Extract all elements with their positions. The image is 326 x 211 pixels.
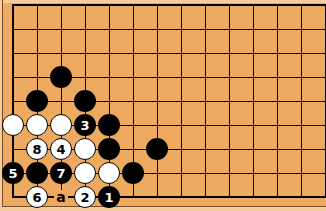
intersection (97, 0, 121, 17)
intersection (217, 113, 241, 137)
intersection (25, 17, 49, 41)
intersection (313, 17, 326, 41)
intersection: 7 (49, 161, 73, 185)
intersection: 1 (97, 185, 121, 209)
black-stone: 7 (50, 162, 72, 184)
intersection (1, 113, 25, 137)
intersection (193, 0, 217, 17)
intersection (313, 89, 326, 113)
intersection (121, 65, 145, 89)
intersection: 5 (1, 161, 25, 185)
white-stone (26, 114, 48, 136)
white-stone: 6 (26, 186, 48, 208)
white-stone (74, 138, 96, 160)
intersection (241, 0, 265, 17)
intersection (25, 89, 49, 113)
intersection (25, 41, 49, 65)
intersection (289, 0, 313, 17)
black-stone (50, 66, 72, 88)
intersection (145, 161, 169, 185)
white-stone (74, 162, 96, 184)
intersection (25, 161, 49, 185)
intersection (217, 0, 241, 17)
intersection (241, 17, 265, 41)
intersection (193, 161, 217, 185)
intersection (217, 185, 241, 209)
stone-label: 4 (56, 143, 65, 156)
intersection (73, 137, 97, 161)
intersection (145, 65, 169, 89)
intersection (1, 65, 25, 89)
intersection (289, 41, 313, 65)
intersection (289, 185, 313, 209)
intersection (145, 113, 169, 137)
intersection (217, 137, 241, 161)
black-stone (98, 138, 120, 160)
intersection (289, 89, 313, 113)
black-stone: 3 (74, 114, 96, 136)
intersection (145, 17, 169, 41)
intersection (97, 41, 121, 65)
intersection (145, 137, 169, 161)
intersection (217, 161, 241, 185)
intersection (1, 0, 25, 17)
intersection (97, 137, 121, 161)
intersection (313, 41, 326, 65)
intersection (169, 113, 193, 137)
intersection (241, 89, 265, 113)
stone-label: 1 (104, 191, 113, 204)
intersection (193, 137, 217, 161)
black-stone (146, 138, 168, 160)
intersection (97, 113, 121, 137)
intersection (265, 161, 289, 185)
intersection (73, 17, 97, 41)
intersection (193, 65, 217, 89)
intersection (193, 113, 217, 137)
intersection (217, 41, 241, 65)
intersection: 2 (73, 185, 97, 209)
intersection (169, 185, 193, 209)
intersection (169, 17, 193, 41)
intersection (313, 161, 326, 185)
intersection (1, 185, 25, 209)
white-stone: 2 (74, 186, 96, 208)
go-diagram: 384576a21 (0, 0, 326, 211)
intersection (121, 113, 145, 137)
intersection (241, 65, 265, 89)
intersection (1, 17, 25, 41)
intersection (169, 89, 193, 113)
intersection (265, 185, 289, 209)
white-stone (50, 114, 72, 136)
intersection (241, 41, 265, 65)
intersection (49, 17, 73, 41)
intersection: 3 (73, 113, 97, 137)
intersection (121, 17, 145, 41)
intersection (25, 65, 49, 89)
intersection: a (49, 185, 73, 209)
intersection (73, 89, 97, 113)
intersection (97, 17, 121, 41)
intersection (313, 0, 326, 17)
intersection (265, 17, 289, 41)
stone-label: 5 (8, 167, 17, 180)
intersection (241, 185, 265, 209)
intersection (217, 17, 241, 41)
intersection (145, 0, 169, 17)
intersection (193, 17, 217, 41)
intersection (241, 137, 265, 161)
black-stone (122, 162, 144, 184)
intersection (265, 113, 289, 137)
intersection (193, 41, 217, 65)
intersection (121, 161, 145, 185)
black-stone: 5 (2, 162, 24, 184)
intersection (97, 89, 121, 113)
stones-grid: 384576a21 (1, 0, 326, 209)
intersection (145, 89, 169, 113)
intersection (289, 137, 313, 161)
intersection (97, 65, 121, 89)
intersection (49, 41, 73, 65)
intersection (145, 185, 169, 209)
black-stone (26, 162, 48, 184)
intersection (121, 0, 145, 17)
intersection (73, 65, 97, 89)
intersection: 6 (25, 185, 49, 209)
intersection (289, 17, 313, 41)
intersection (313, 65, 326, 89)
intersection (313, 113, 326, 137)
intersection (265, 137, 289, 161)
intersection (49, 113, 73, 137)
intersection (49, 0, 73, 17)
intersection (49, 65, 73, 89)
intersection (289, 65, 313, 89)
intersection (265, 41, 289, 65)
intersection (313, 185, 326, 209)
intersection (169, 41, 193, 65)
white-stone (2, 114, 24, 136)
intersection (265, 0, 289, 17)
intersection (217, 65, 241, 89)
stone-label: 6 (32, 191, 41, 204)
intersection (145, 41, 169, 65)
intersection (121, 137, 145, 161)
intersection (73, 0, 97, 17)
intersection (1, 41, 25, 65)
intersection (1, 89, 25, 113)
intersection (121, 89, 145, 113)
black-stone (74, 90, 96, 112)
intersection: 8 (25, 137, 49, 161)
intersection (265, 65, 289, 89)
white-stone: 4 (50, 138, 72, 160)
black-stone (26, 90, 48, 112)
intersection (193, 89, 217, 113)
intersection (25, 0, 49, 17)
intersection (1, 137, 25, 161)
stone-label: 2 (80, 191, 89, 204)
stone-label: 3 (80, 119, 89, 132)
intersection (313, 137, 326, 161)
intersection (265, 89, 289, 113)
black-stone (98, 114, 120, 136)
intersection (217, 89, 241, 113)
intersection (169, 65, 193, 89)
intersection (73, 161, 97, 185)
intersection (169, 137, 193, 161)
stone-label: 8 (32, 143, 41, 156)
black-stone: 1 (98, 186, 120, 208)
intersection (193, 185, 217, 209)
white-stone (98, 162, 120, 184)
white-stone: 8 (26, 138, 48, 160)
stone-label: 7 (56, 167, 65, 180)
intersection: 4 (49, 137, 73, 161)
intersection (289, 113, 313, 137)
intersection (241, 113, 265, 137)
point-label-a: a (54, 190, 67, 205)
intersection (25, 113, 49, 137)
intersection (49, 89, 73, 113)
intersection (169, 0, 193, 17)
intersection (241, 161, 265, 185)
intersection (97, 161, 121, 185)
intersection (73, 41, 97, 65)
intersection (169, 161, 193, 185)
intersection (121, 41, 145, 65)
intersection (121, 185, 145, 209)
intersection (289, 161, 313, 185)
